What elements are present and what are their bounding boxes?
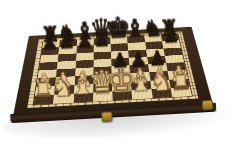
perspective-wrapper: ♜♞♝♛♚♝♞♜♟♟♟♟♟♟♟♟♟♟♟♟♟♟♟♟♜♞♝♛♚♝♞♜ — [0, 0, 240, 150]
black-pawn-piece: ♟ — [162, 26, 180, 46]
black-pawn-piece: ♟ — [58, 32, 76, 52]
product-photo: ♜♞♝♛♚♝♞♜♟♟♟♟♟♟♟♟♟♟♟♟♟♟♟♟♜♞♝♛♚♝♞♜ — [0, 0, 240, 150]
brass-clasp-icon — [201, 100, 213, 111]
brass-clasp-icon — [101, 111, 113, 122]
chess-board: ♜♞♝♛♚♝♞♜♟♟♟♟♟♟♟♟♟♟♟♟♟♟♟♟♜♞♝♛♚♝♞♜ — [13, 27, 213, 115]
board-grid: ♜♞♝♛♚♝♞♜♟♟♟♟♟♟♟♟♟♟♟♟♟♟♟♟♜♞♝♛♚♝♞♜ — [33, 33, 193, 105]
black-pawn-piece: ♟ — [41, 33, 59, 53]
white-rook-piece: ♜ — [169, 68, 193, 94]
board-border-strip: ♜♞♝♛♚♝♞♜♟♟♟♟♟♟♟♟♟♟♟♟♟♟♟♟♜♞♝♛♚♝♞♜ — [27, 32, 198, 109]
black-pawn-piece: ♟ — [93, 30, 111, 50]
chess-set-scene: ♜♞♝♛♚♝♞♜♟♟♟♟♟♟♟♟♟♟♟♟♟♟♟♟♜♞♝♛♚♝♞♜ — [0, 0, 240, 150]
board-square: ♜ — [170, 87, 191, 97]
black-pawn-piece: ♟ — [75, 31, 93, 51]
